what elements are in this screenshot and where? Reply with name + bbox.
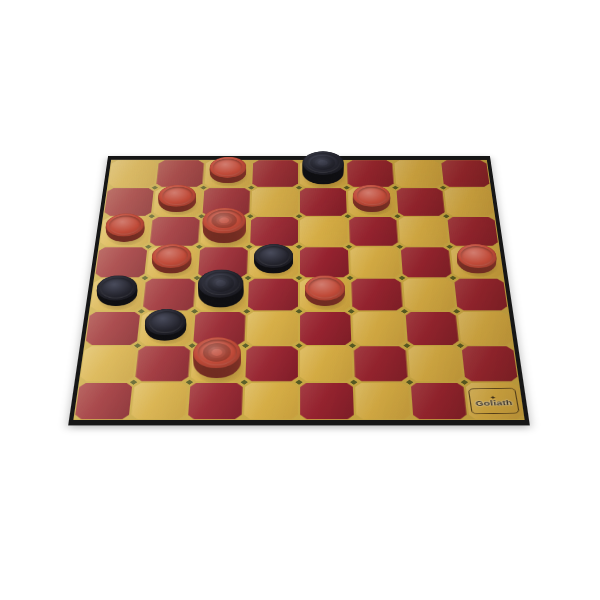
photo-background: ✦Goliath <box>0 0 600 600</box>
square-r1c2[interactable] <box>155 160 205 188</box>
square-r3c2[interactable] <box>149 216 201 246</box>
light-square-tile <box>108 160 157 187</box>
square-r4c7[interactable] <box>399 246 453 278</box>
light-square-tile <box>398 217 448 246</box>
dark-square-tile <box>454 279 508 311</box>
red-piece[interactable] <box>209 163 246 184</box>
dark-square-tile <box>300 312 352 345</box>
square-r7c3[interactable] <box>189 346 245 382</box>
square-r5c3[interactable] <box>194 278 248 311</box>
square-r1c7[interactable] <box>393 160 443 188</box>
square-r6c5[interactable] <box>299 311 353 346</box>
square-r3c3[interactable] <box>199 216 250 246</box>
square-r2c1[interactable] <box>103 187 155 216</box>
black-king-piece[interactable] <box>198 280 244 308</box>
square-r1c8[interactable] <box>440 160 491 188</box>
board-perspective-wrapper: ✦Goliath <box>68 156 530 425</box>
square-r5c1[interactable] <box>89 278 145 311</box>
red-king-piece[interactable] <box>202 218 246 244</box>
black-piece[interactable] <box>254 250 293 274</box>
square-r7c4[interactable] <box>244 346 299 382</box>
light-square-tile <box>403 279 456 311</box>
red-piece[interactable] <box>305 282 345 307</box>
light-square-tile <box>408 346 463 381</box>
dark-square-tile <box>85 312 140 345</box>
square-r6c7[interactable] <box>404 311 460 346</box>
square-r4c4[interactable] <box>248 246 299 278</box>
dark-square-tile <box>252 160 298 187</box>
dark-square-tile <box>396 188 445 216</box>
square-r8c1[interactable] <box>73 382 134 420</box>
square-r8c5[interactable] <box>299 382 355 420</box>
square-r8c7[interactable] <box>409 382 468 420</box>
red-piece[interactable] <box>353 191 391 213</box>
square-r6c1[interactable] <box>84 311 141 346</box>
red-piece[interactable] <box>152 250 193 274</box>
square-r1c5[interactable] <box>299 160 347 188</box>
square-r5c6[interactable] <box>350 278 404 311</box>
square-r4c2[interactable] <box>145 246 199 278</box>
square-r6c6[interactable] <box>351 311 406 346</box>
red-piece[interactable] <box>158 191 197 213</box>
light-square-tile <box>350 247 400 277</box>
square-r5c7[interactable] <box>402 278 457 311</box>
light-square-tile <box>246 312 298 345</box>
square-r7c7[interactable] <box>406 346 464 382</box>
square-r7c2[interactable] <box>134 346 192 382</box>
square-r8c4[interactable] <box>243 382 299 420</box>
square-r1c1[interactable] <box>107 160 158 188</box>
square-r8c2[interactable] <box>130 382 189 420</box>
dark-square-tile <box>250 217 298 246</box>
square-r5c4[interactable] <box>247 278 299 311</box>
dark-square-tile <box>75 383 133 420</box>
square-r5c8[interactable] <box>453 278 509 311</box>
square-r8c3[interactable] <box>186 382 244 420</box>
square-r1c4[interactable] <box>251 160 299 188</box>
square-r6c4[interactable] <box>245 311 299 346</box>
dark-square-tile <box>441 160 490 187</box>
dark-square-tile <box>447 217 498 246</box>
dark-square-tile <box>245 346 298 381</box>
dark-square-tile <box>95 247 148 277</box>
square-r1c3[interactable] <box>203 160 252 188</box>
checkers-board: ✦Goliath <box>68 156 530 425</box>
dark-square-tile <box>156 160 204 187</box>
square-r7c6[interactable] <box>353 346 409 382</box>
square-r6c2[interactable] <box>138 311 194 346</box>
dark-square-tile <box>143 279 196 311</box>
square-r5c5[interactable] <box>299 278 351 311</box>
red-king-piece[interactable] <box>193 348 241 379</box>
square-r2c6[interactable] <box>347 187 397 216</box>
square-r8c6[interactable] <box>354 382 412 420</box>
square-r5c2[interactable] <box>142 278 197 311</box>
dark-square-tile <box>354 346 408 381</box>
dark-square-tile <box>187 383 243 420</box>
light-square-tile <box>444 188 494 216</box>
dark-square-tile <box>351 279 403 311</box>
dark-square-tile <box>150 217 200 246</box>
square-r8c8[interactable]: ✦Goliath <box>464 382 525 420</box>
square-r1c6[interactable] <box>346 160 395 188</box>
square-r4c8[interactable] <box>449 246 504 278</box>
dark-square-tile <box>349 217 398 246</box>
dark-square-tile <box>461 346 518 381</box>
square-r4c6[interactable] <box>349 246 401 278</box>
light-square-tile <box>80 346 137 381</box>
light-square-tile <box>394 160 442 187</box>
black-piece[interactable] <box>145 315 188 341</box>
square-r4c5[interactable] <box>299 246 350 278</box>
square-r2c5[interactable] <box>299 187 348 216</box>
square-r4c1[interactable] <box>94 246 149 278</box>
dark-square-tile <box>300 383 354 420</box>
dark-square-tile <box>405 312 459 345</box>
light-square-tile <box>300 346 353 381</box>
square-r6c8[interactable] <box>456 311 513 346</box>
square-r7c8[interactable] <box>460 346 519 382</box>
piece-top <box>353 185 391 207</box>
square-r3c4[interactable] <box>249 216 299 246</box>
light-square-tile <box>131 383 188 420</box>
dark-square-tile <box>300 188 347 216</box>
square-r7c5[interactable] <box>299 346 354 382</box>
dark-square-tile <box>135 346 190 381</box>
light-square-tile <box>355 383 411 420</box>
dark-square-tile <box>410 383 467 420</box>
light-square-tile <box>300 217 348 246</box>
goliath-logo: ✦Goliath <box>468 387 520 414</box>
goliath-logo-text: Goliath <box>475 398 513 406</box>
dark-square-tile <box>248 279 298 311</box>
black-king-piece[interactable] <box>302 162 343 186</box>
light-square-tile <box>457 312 512 345</box>
square-r2c2[interactable] <box>152 187 203 216</box>
square-r2c7[interactable] <box>395 187 446 216</box>
black-piece[interactable] <box>96 282 139 307</box>
light-square-tile <box>352 312 405 345</box>
square-r2c4[interactable] <box>250 187 299 216</box>
square-r2c8[interactable] <box>443 187 495 216</box>
red-piece[interactable] <box>456 250 498 274</box>
square-r3c5[interactable] <box>299 216 349 246</box>
square-r3c8[interactable] <box>446 216 499 246</box>
square-r3c6[interactable] <box>348 216 399 246</box>
square-r3c1[interactable] <box>99 216 152 246</box>
red-piece[interactable] <box>105 220 146 243</box>
dark-square-tile <box>104 188 154 216</box>
light-square-tile <box>251 188 298 216</box>
dark-square-tile <box>300 247 349 277</box>
dark-square-tile <box>347 160 394 187</box>
light-square-tile <box>244 383 298 420</box>
dark-square-tile <box>400 247 451 277</box>
square-r7c1[interactable] <box>79 346 138 382</box>
square-r3c7[interactable] <box>397 216 449 246</box>
